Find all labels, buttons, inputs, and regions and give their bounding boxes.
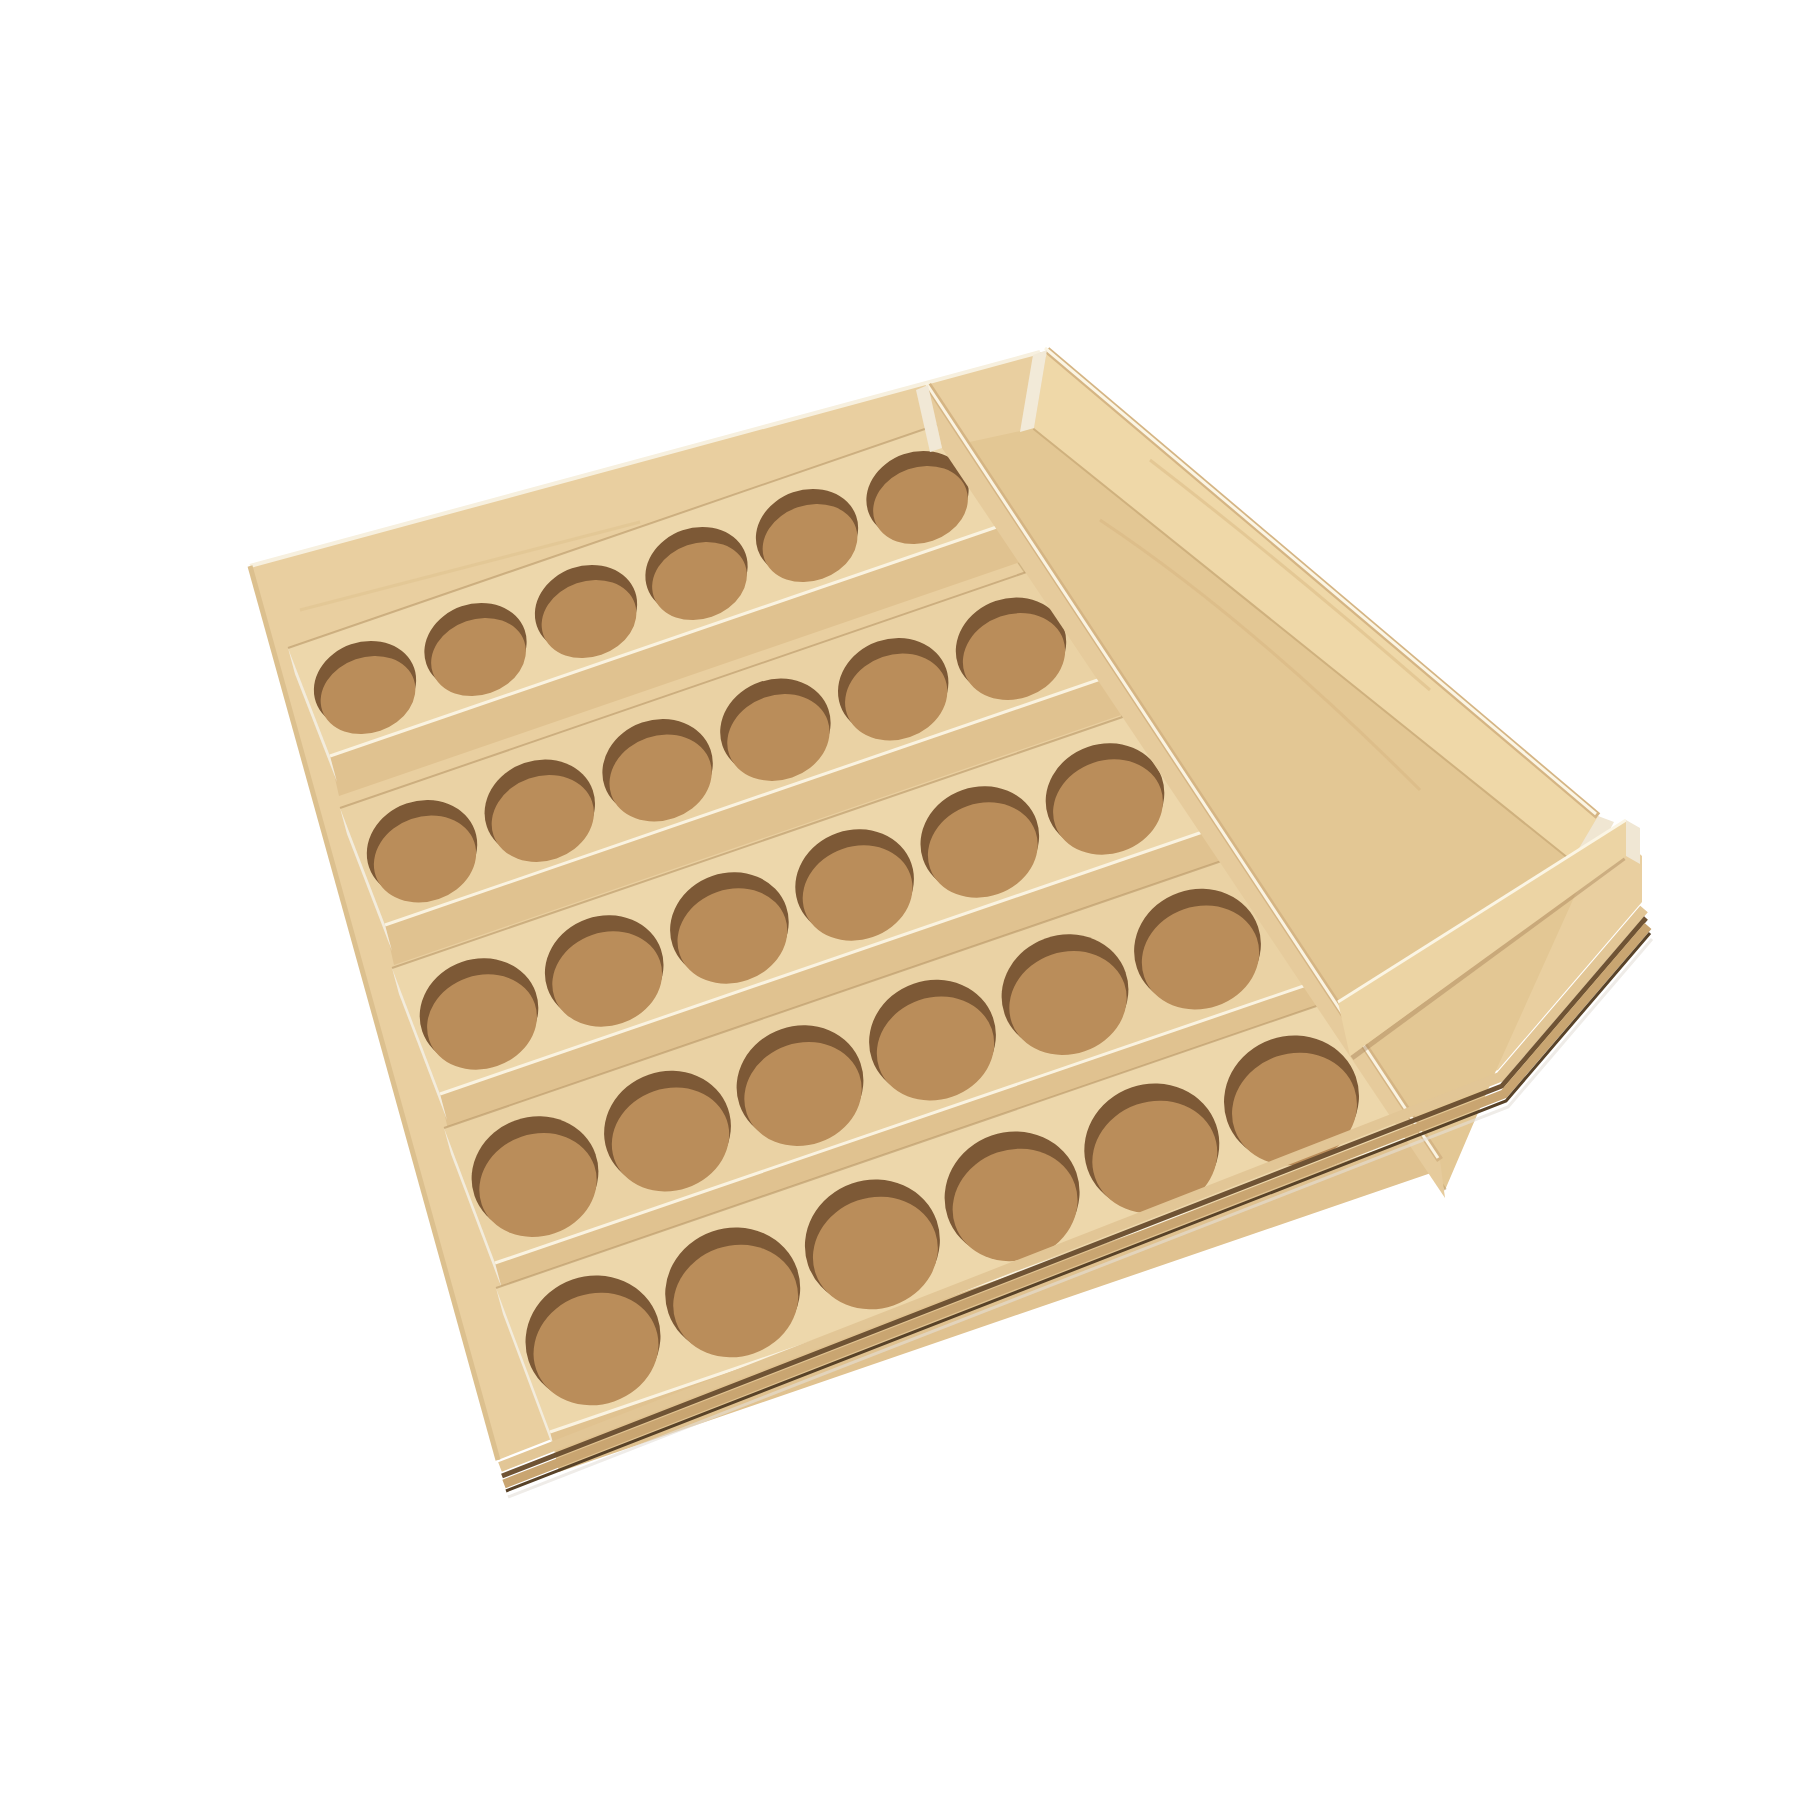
spice-drawer-insert-photo — [0, 0, 1800, 1800]
photo-stage — [0, 0, 1800, 1800]
